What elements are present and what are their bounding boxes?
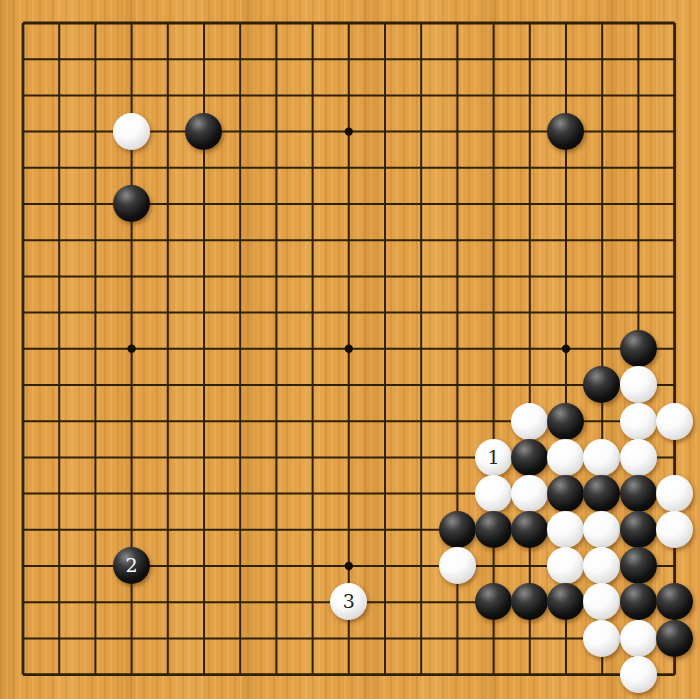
stone-black	[511, 583, 548, 620]
stone-white	[656, 511, 693, 548]
page: { "game": "Go (19x19)", "board": { "size…	[0, 0, 700, 699]
stone-white	[547, 511, 584, 548]
stone-white	[475, 475, 512, 512]
stone-black	[511, 511, 548, 548]
stone-white	[620, 403, 657, 440]
stone-black	[620, 475, 657, 512]
stone-black	[656, 620, 693, 657]
stone-black	[511, 439, 548, 476]
stone-white-move-3: 3	[330, 583, 367, 620]
stone-white	[620, 620, 657, 657]
stone-black	[656, 583, 693, 620]
stone-black	[583, 475, 620, 512]
stone-white	[620, 439, 657, 476]
stone-white	[620, 366, 657, 403]
stone-white	[656, 403, 693, 440]
move-number-label: 2	[126, 556, 138, 575]
stone-black	[185, 113, 222, 150]
stone-black	[583, 366, 620, 403]
stone-white	[511, 403, 548, 440]
stone-black	[620, 511, 657, 548]
stone-white-move-1: 1	[475, 439, 512, 476]
go-board[interactable]: 123	[0, 0, 700, 699]
stone-white	[656, 475, 693, 512]
stone-white	[583, 620, 620, 657]
stone-white	[547, 439, 584, 476]
stone-black	[547, 475, 584, 512]
stone-white	[583, 547, 620, 584]
stone-black	[547, 113, 584, 150]
stone-black	[547, 403, 584, 440]
stone-black	[475, 583, 512, 620]
stones-grid: 123	[5, 5, 693, 693]
stone-white	[583, 583, 620, 620]
stone-white	[583, 511, 620, 548]
stone-black	[620, 583, 657, 620]
stone-black	[547, 583, 584, 620]
stone-white	[511, 475, 548, 512]
stone-white	[620, 656, 657, 693]
stone-black	[113, 185, 150, 222]
stone-white	[583, 439, 620, 476]
stone-black	[475, 511, 512, 548]
stone-white	[113, 113, 150, 150]
move-number-label: 3	[343, 592, 355, 611]
stone-black-move-2: 2	[113, 547, 150, 584]
stone-white	[547, 547, 584, 584]
stone-black	[620, 330, 657, 367]
stone-black	[439, 511, 476, 548]
stone-black	[620, 547, 657, 584]
stone-white	[439, 547, 476, 584]
move-number-label: 1	[487, 448, 499, 467]
